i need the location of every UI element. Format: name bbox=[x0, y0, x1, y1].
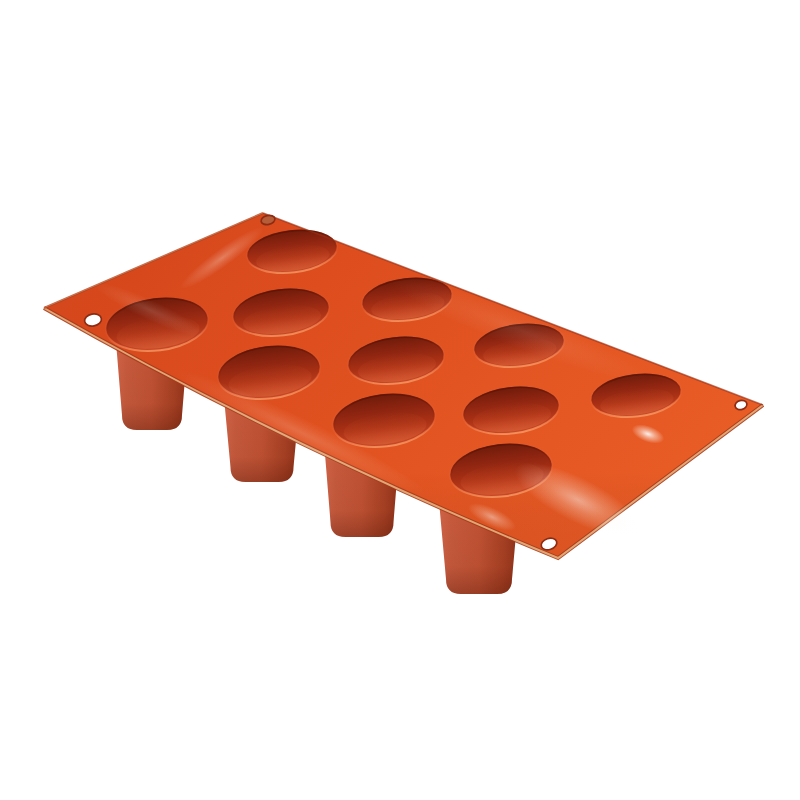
product-photo bbox=[0, 0, 800, 800]
silicone-mold-illustration bbox=[0, 0, 800, 800]
